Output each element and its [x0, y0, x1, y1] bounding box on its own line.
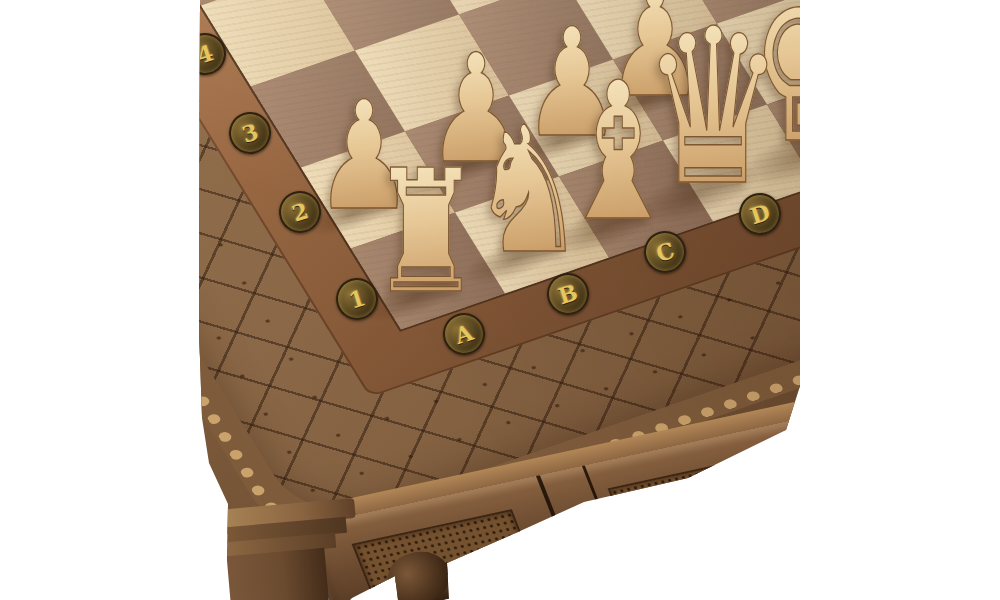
square-f1 — [871, 33, 1000, 150]
chess-table-photo: ♟♟♚♟♛♟♝♞♜ 4321ABCD — [0, 0, 1000, 600]
medallion-label: 4 — [194, 41, 215, 67]
medallion-label: D — [748, 201, 773, 228]
leg-shaft — [227, 548, 330, 600]
medallion-label: 3 — [239, 120, 260, 146]
medallion-label: 2 — [289, 199, 310, 225]
medallion-label: C — [653, 239, 676, 265]
square-g2 — [925, 0, 1000, 33]
white-rook-glyph: ♜ — [370, 147, 483, 317]
square-g1 — [975, 0, 1000, 114]
medallion-label: A — [452, 321, 475, 347]
carved-panel — [783, 426, 913, 498]
medallion-label: 1 — [346, 286, 367, 312]
table-leg — [223, 498, 364, 600]
medallion-label: B — [556, 281, 580, 308]
table-cutout: ♟♟♚♟♛♟♝♞♜ 4321ABCD — [0, 0, 1000, 600]
square-f2 — [821, 0, 975, 69]
